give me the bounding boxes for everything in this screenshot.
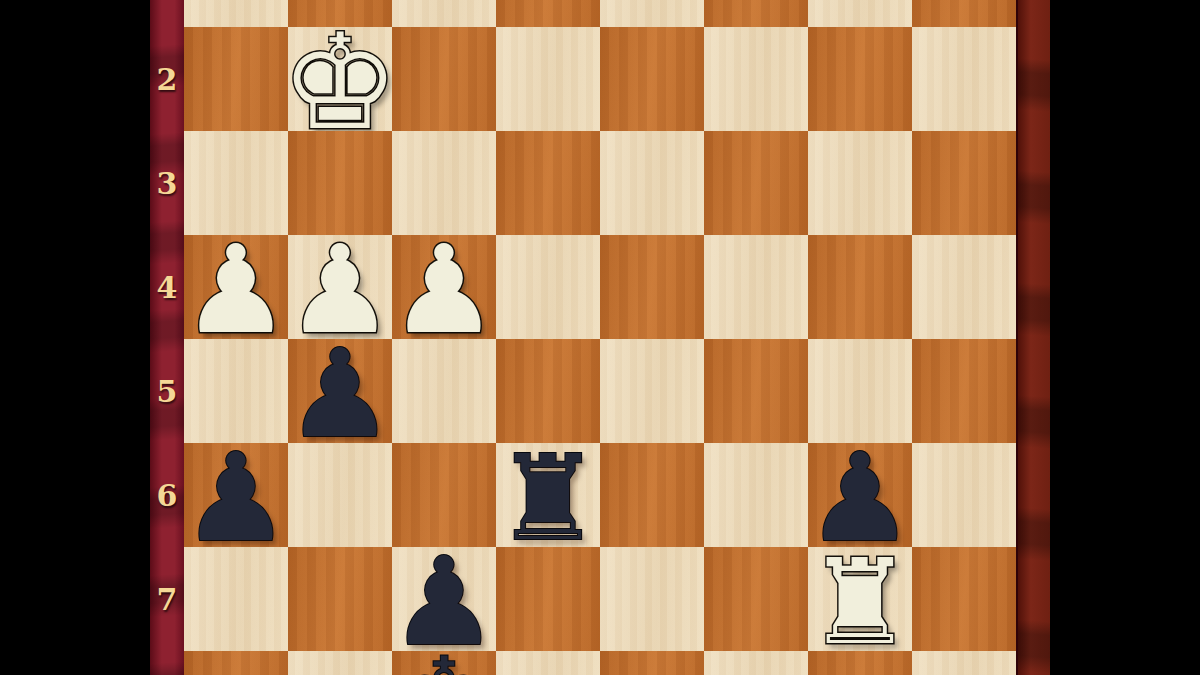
piece-black-pawn-h6: ♟ <box>181 446 290 550</box>
square-a2 <box>912 27 1016 131</box>
square-g5: ♟ <box>288 339 392 443</box>
square-e4 <box>496 235 600 339</box>
piece-white-rook-b7: ♜ <box>807 550 913 654</box>
square-f4: ♟ <box>392 235 496 339</box>
square-g2: ♚ <box>288 27 392 131</box>
square-g8 <box>288 651 392 675</box>
square-c8 <box>704 651 808 675</box>
square-f8: ♚ <box>392 651 496 675</box>
square-h7 <box>184 547 288 651</box>
square-e3 <box>496 131 600 235</box>
square-c4 <box>704 235 808 339</box>
square-c6 <box>704 443 808 547</box>
square-a3 <box>912 131 1016 235</box>
square-a6 <box>912 443 1016 547</box>
square-f1 <box>392 0 496 27</box>
piece-black-pawn-g5: ♟ <box>285 342 394 446</box>
square-e8 <box>496 651 600 675</box>
square-c1 <box>704 0 808 27</box>
square-b1 <box>808 0 912 27</box>
square-h8 <box>184 651 288 675</box>
square-h2 <box>184 27 288 131</box>
square-d1 <box>600 0 704 27</box>
piece-white-pawn-f4: ♟ <box>389 238 498 342</box>
square-d2 <box>600 27 704 131</box>
square-e5 <box>496 339 600 443</box>
square-b3 <box>808 131 912 235</box>
piece-white-pawn-h4: ♟ <box>181 238 290 342</box>
square-d5 <box>600 339 704 443</box>
square-d6 <box>600 443 704 547</box>
square-a1 <box>912 0 1016 27</box>
square-e6: ♜ <box>496 443 600 547</box>
letterboxed-video-stage: 234567 ♚♟♟♟♟♟♜♟♟♜♚ <box>0 0 1200 675</box>
square-f5 <box>392 339 496 443</box>
board-frame-right <box>1016 0 1050 675</box>
piece-black-rook-e6: ♜ <box>495 446 601 550</box>
chess-board: ♚♟♟♟♟♟♜♟♟♜♚ <box>184 0 1016 675</box>
rank-label-4: 4 <box>150 270 184 305</box>
square-c3 <box>704 131 808 235</box>
square-h4: ♟ <box>184 235 288 339</box>
square-d7 <box>600 547 704 651</box>
square-d3 <box>600 131 704 235</box>
square-d8 <box>600 651 704 675</box>
piece-white-king-g2: ♚ <box>281 30 399 134</box>
square-a8 <box>912 651 1016 675</box>
square-c7 <box>704 547 808 651</box>
square-h1 <box>184 0 288 27</box>
rank-label-3: 3 <box>150 166 184 201</box>
square-c5 <box>704 339 808 443</box>
square-a5 <box>912 339 1016 443</box>
square-f2 <box>392 27 496 131</box>
piece-black-king-f8: ♚ <box>385 654 503 675</box>
rank-label-5: 5 <box>150 374 184 409</box>
square-a7 <box>912 547 1016 651</box>
square-b8 <box>808 651 912 675</box>
square-g7 <box>288 547 392 651</box>
square-d4 <box>600 235 704 339</box>
square-b2 <box>808 27 912 131</box>
rank-label-7: 7 <box>150 582 184 617</box>
square-b4 <box>808 235 912 339</box>
square-e2 <box>496 27 600 131</box>
square-g6 <box>288 443 392 547</box>
square-h6: ♟ <box>184 443 288 547</box>
square-c2 <box>704 27 808 131</box>
square-b7: ♜ <box>808 547 912 651</box>
square-e1 <box>496 0 600 27</box>
square-e7 <box>496 547 600 651</box>
rank-label-2: 2 <box>150 62 184 97</box>
square-b6: ♟ <box>808 443 912 547</box>
square-a4 <box>912 235 1016 339</box>
rank-label-6: 6 <box>150 478 184 513</box>
